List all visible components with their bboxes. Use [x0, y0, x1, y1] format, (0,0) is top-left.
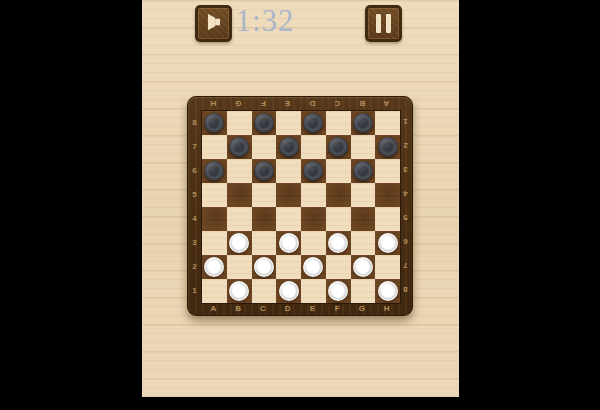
- square-h8[interactable]: [375, 111, 400, 135]
- dark-piece[interactable]: [204, 161, 224, 181]
- square-g3[interactable]: [351, 231, 376, 255]
- game-timer: 1:32: [234, 2, 296, 40]
- square-d8[interactable]: [276, 111, 301, 135]
- square-a7[interactable]: [202, 135, 227, 159]
- square-c2[interactable]: [252, 255, 277, 279]
- square-f5[interactable]: [326, 183, 351, 207]
- dark-piece[interactable]: [353, 161, 373, 181]
- square-e7[interactable]: [301, 135, 326, 159]
- square-d7[interactable]: [276, 135, 301, 159]
- coord-label: C: [325, 97, 350, 110]
- square-h3[interactable]: [375, 231, 400, 255]
- square-a1[interactable]: [202, 279, 227, 303]
- dark-piece[interactable]: [279, 137, 299, 157]
- square-a4[interactable]: [202, 207, 227, 231]
- white-piece[interactable]: [378, 281, 398, 301]
- square-g1[interactable]: [351, 279, 376, 303]
- square-f3[interactable]: [326, 231, 351, 255]
- square-c8[interactable]: [252, 111, 277, 135]
- square-e1[interactable]: [301, 279, 326, 303]
- coord-label: G: [226, 97, 251, 110]
- dark-piece[interactable]: [254, 113, 274, 133]
- square-h6[interactable]: [375, 159, 400, 183]
- coord-label: 1: [188, 278, 201, 302]
- square-h5[interactable]: [375, 183, 400, 207]
- square-c1[interactable]: [252, 279, 277, 303]
- white-piece[interactable]: [378, 233, 398, 253]
- coord-label: E: [275, 97, 300, 110]
- dark-piece[interactable]: [303, 161, 323, 181]
- white-piece[interactable]: [204, 257, 224, 277]
- square-f8[interactable]: [326, 111, 351, 135]
- square-b8[interactable]: [227, 111, 252, 135]
- white-piece[interactable]: [303, 257, 323, 277]
- coord-label: 6: [188, 158, 201, 182]
- square-g2[interactable]: [351, 255, 376, 279]
- speaker-icon: [203, 11, 225, 36]
- coord-label: D: [300, 97, 325, 110]
- coord-label: 3: [188, 230, 201, 254]
- square-f2[interactable]: [326, 255, 351, 279]
- square-g6[interactable]: [351, 159, 376, 183]
- square-d4[interactable]: [276, 207, 301, 231]
- dark-piece[interactable]: [303, 113, 323, 133]
- square-a8[interactable]: [202, 111, 227, 135]
- square-f6[interactable]: [326, 159, 351, 183]
- square-b7[interactable]: [227, 135, 252, 159]
- square-a5[interactable]: [202, 183, 227, 207]
- square-d2[interactable]: [276, 255, 301, 279]
- square-c7[interactable]: [252, 135, 277, 159]
- white-piece[interactable]: [229, 281, 249, 301]
- square-h2[interactable]: [375, 255, 400, 279]
- square-a6[interactable]: [202, 159, 227, 183]
- white-piece[interactable]: [328, 233, 348, 253]
- coord-label: 4: [188, 206, 201, 230]
- square-f7[interactable]: [326, 135, 351, 159]
- square-e3[interactable]: [301, 231, 326, 255]
- dark-piece[interactable]: [254, 161, 274, 181]
- coord-label: H: [201, 97, 226, 110]
- square-e4[interactable]: [301, 207, 326, 231]
- square-a3[interactable]: [202, 231, 227, 255]
- dark-piece[interactable]: [328, 137, 348, 157]
- dark-piece[interactable]: [353, 113, 373, 133]
- square-g5[interactable]: [351, 183, 376, 207]
- board-labels-top: HGFEDCBA: [201, 97, 399, 110]
- square-c4[interactable]: [252, 207, 277, 231]
- square-b4[interactable]: [227, 207, 252, 231]
- white-piece[interactable]: [279, 281, 299, 301]
- square-e2[interactable]: [301, 255, 326, 279]
- white-piece[interactable]: [229, 233, 249, 253]
- white-piece[interactable]: [353, 257, 373, 277]
- square-c5[interactable]: [252, 183, 277, 207]
- game-screen: 1:32 HGFEDCBA ABCDEFGH 87654321 12345678: [142, 0, 459, 397]
- square-d5[interactable]: [276, 183, 301, 207]
- square-h1[interactable]: [375, 279, 400, 303]
- pause-icon: [376, 14, 391, 33]
- square-h4[interactable]: [375, 207, 400, 231]
- square-c6[interactable]: [252, 159, 277, 183]
- square-d6[interactable]: [276, 159, 301, 183]
- square-h7[interactable]: [375, 135, 400, 159]
- pause-button[interactable]: [365, 5, 402, 42]
- square-e8[interactable]: [301, 111, 326, 135]
- dark-piece[interactable]: [229, 137, 249, 157]
- coord-label: 2: [188, 254, 201, 278]
- square-f1[interactable]: [326, 279, 351, 303]
- white-piece[interactable]: [254, 257, 274, 277]
- coord-label: 5: [188, 182, 201, 206]
- white-piece[interactable]: [328, 281, 348, 301]
- square-b1[interactable]: [227, 279, 252, 303]
- coord-label: F: [251, 97, 276, 110]
- square-b2[interactable]: [227, 255, 252, 279]
- checkers-board: HGFEDCBA ABCDEFGH 87654321 12345678: [187, 96, 413, 316]
- sound-button[interactable]: [195, 5, 232, 42]
- square-b3[interactable]: [227, 231, 252, 255]
- square-b5[interactable]: [227, 183, 252, 207]
- board-grid: [201, 110, 401, 304]
- square-e5[interactable]: [301, 183, 326, 207]
- board-labels-left: 87654321: [188, 110, 201, 302]
- square-g7[interactable]: [351, 135, 376, 159]
- dark-piece[interactable]: [378, 137, 398, 157]
- square-g4[interactable]: [351, 207, 376, 231]
- square-e6[interactable]: [301, 159, 326, 183]
- square-d1[interactable]: [276, 279, 301, 303]
- square-d3[interactable]: [276, 231, 301, 255]
- square-c3[interactable]: [252, 231, 277, 255]
- coord-label: 8: [188, 110, 201, 134]
- white-piece[interactable]: [279, 233, 299, 253]
- coord-label: 7: [188, 134, 201, 158]
- app-viewport: 1:32 HGFEDCBA ABCDEFGH 87654321 12345678: [0, 0, 600, 410]
- square-a2[interactable]: [202, 255, 227, 279]
- square-b6[interactable]: [227, 159, 252, 183]
- coord-label: B: [350, 97, 375, 110]
- square-f4[interactable]: [326, 207, 351, 231]
- square-g8[interactable]: [351, 111, 376, 135]
- coord-label: A: [374, 97, 399, 110]
- dark-piece[interactable]: [204, 113, 224, 133]
